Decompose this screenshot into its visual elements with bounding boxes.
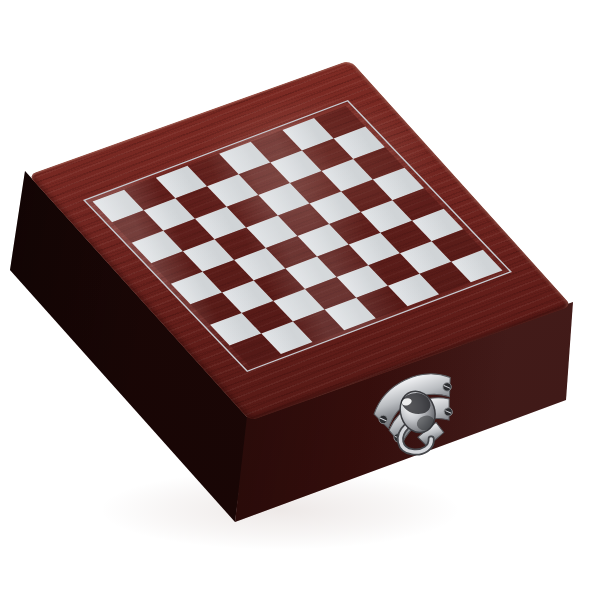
product-photo-chess-box [0,0,600,600]
